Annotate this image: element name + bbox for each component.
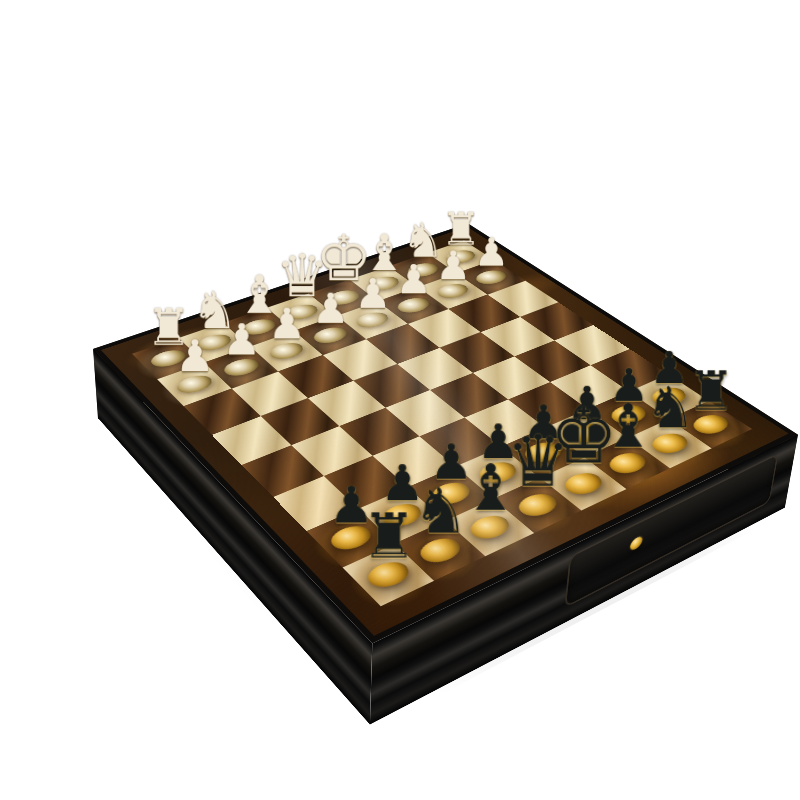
pawn-glyph: ♟ (153, 328, 236, 384)
chess-board: ♜♞♝♛♚♝♞♜♟♟♟♟♟♟♟♟♟♟♟♟♟♟♟♟♜♞♝♛♚♝♞♜ (93, 224, 798, 644)
chess-box: ♜♞♝♛♚♝♞♜♟♟♟♟♟♟♟♟♟♟♟♟♟♟♟♟♜♞♝♛♚♝♞♜ (93, 224, 798, 644)
rook-glyph: ♜ (338, 498, 438, 574)
product-photo-scene: ♜♞♝♛♚♝♞♜♟♟♟♟♟♟♟♟♟♟♟♟♟♟♟♟♜♞♝♛♚♝♞♜ (0, 0, 800, 800)
piece-white-pawn[interactable]: ♟ (153, 328, 236, 384)
piece-black-rook[interactable]: ♜ (338, 498, 438, 574)
